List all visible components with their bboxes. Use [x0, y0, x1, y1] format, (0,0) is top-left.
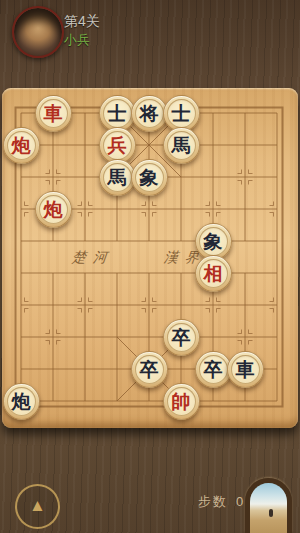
piece-red-車[interactable]: 車 — [35, 95, 72, 132]
piece-character: 兵 — [108, 136, 127, 155]
piece-face: 車 — [39, 99, 68, 128]
piece-character: 車 — [44, 104, 63, 123]
piece-character: 馬 — [172, 136, 191, 155]
piece-face: 馬 — [167, 131, 196, 160]
piece-character: 炮 — [12, 136, 31, 155]
piece-character: 卒 — [140, 360, 159, 379]
up-arrow-icon: ▲ — [29, 497, 46, 514]
piece-character: 象 — [140, 168, 159, 187]
xiangqi-board[interactable]: 楚河 漢界 車士将士炮兵馬馬象炮象相卒卒卒車炮帥 — [2, 88, 298, 428]
piece-black-炮[interactable]: 炮 — [3, 383, 40, 420]
piece-character: 炮 — [12, 392, 31, 411]
piece-face: 帥 — [167, 387, 196, 416]
steps-value: 0 — [236, 494, 245, 509]
piece-face: 士 — [167, 99, 196, 128]
piece-black-車[interactable]: 車 — [227, 351, 264, 388]
piece-black-象[interactable]: 象 — [195, 223, 232, 260]
piece-character: 馬 — [108, 168, 127, 187]
piece-black-馬[interactable]: 馬 — [163, 127, 200, 164]
step-counter: 步数0 — [198, 493, 245, 511]
piece-face: 車 — [231, 355, 260, 384]
piece-character: 車 — [236, 360, 255, 379]
piece-red-相[interactable]: 相 — [195, 255, 232, 292]
level-label: 第4关 — [64, 13, 100, 31]
piece-face: 兵 — [103, 131, 132, 160]
piece-character: 炮 — [44, 200, 63, 219]
arch-person-silhouette — [269, 509, 273, 517]
piece-face: 相 — [199, 259, 228, 288]
piece-character: 卒 — [172, 328, 191, 347]
piece-black-士[interactable]: 士 — [163, 95, 200, 132]
piece-black-卒[interactable]: 卒 — [195, 351, 232, 388]
piece-character: 卒 — [204, 360, 223, 379]
bottom-right-arch-button[interactable] — [245, 478, 292, 533]
piece-face: 馬 — [103, 163, 132, 192]
piece-face: 士 — [103, 99, 132, 128]
piece-black-馬[interactable]: 馬 — [99, 159, 136, 196]
menu-button[interactable]: ▲ — [15, 484, 60, 529]
piece-black-士[interactable]: 士 — [99, 95, 136, 132]
piece-character: 士 — [108, 104, 127, 123]
piece-red-炮[interactable]: 炮 — [3, 127, 40, 164]
player-avatar[interactable] — [12, 6, 64, 58]
piece-black-卒[interactable]: 卒 — [163, 319, 200, 356]
piece-face: 卒 — [135, 355, 164, 384]
piece-face: 象 — [135, 163, 164, 192]
piece-character: 象 — [204, 232, 223, 251]
piece-face: 卒 — [199, 355, 228, 384]
piece-character: 士 — [172, 104, 191, 123]
piece-red-兵[interactable]: 兵 — [99, 127, 136, 164]
piece-character: 将 — [140, 104, 159, 123]
piece-red-炮[interactable]: 炮 — [35, 191, 72, 228]
steps-label: 步数 — [198, 494, 228, 509]
piece-face: 炮 — [7, 131, 36, 160]
piece-red-帥[interactable]: 帥 — [163, 383, 200, 420]
arch-scenery-photo — [250, 483, 287, 533]
piece-layer: 車士将士炮兵馬馬象炮象相卒卒卒車炮帥 — [2, 88, 298, 428]
piece-black-卒[interactable]: 卒 — [131, 351, 168, 388]
piece-character: 相 — [204, 264, 223, 283]
game-screen: 第4关 小兵 楚河 漢界 車士将士炮兵馬馬象炮象相卒卒卒車炮帥 ▲ 步数0 — [0, 0, 300, 533]
piece-face: 象 — [199, 227, 228, 256]
piece-face: 将 — [135, 99, 164, 128]
piece-face: 卒 — [167, 323, 196, 352]
piece-face: 炮 — [39, 195, 68, 224]
piece-black-象[interactable]: 象 — [131, 159, 168, 196]
player-name: 小兵 — [64, 31, 90, 49]
piece-black-将[interactable]: 将 — [131, 95, 168, 132]
piece-face: 炮 — [7, 387, 36, 416]
piece-character: 帥 — [172, 392, 191, 411]
